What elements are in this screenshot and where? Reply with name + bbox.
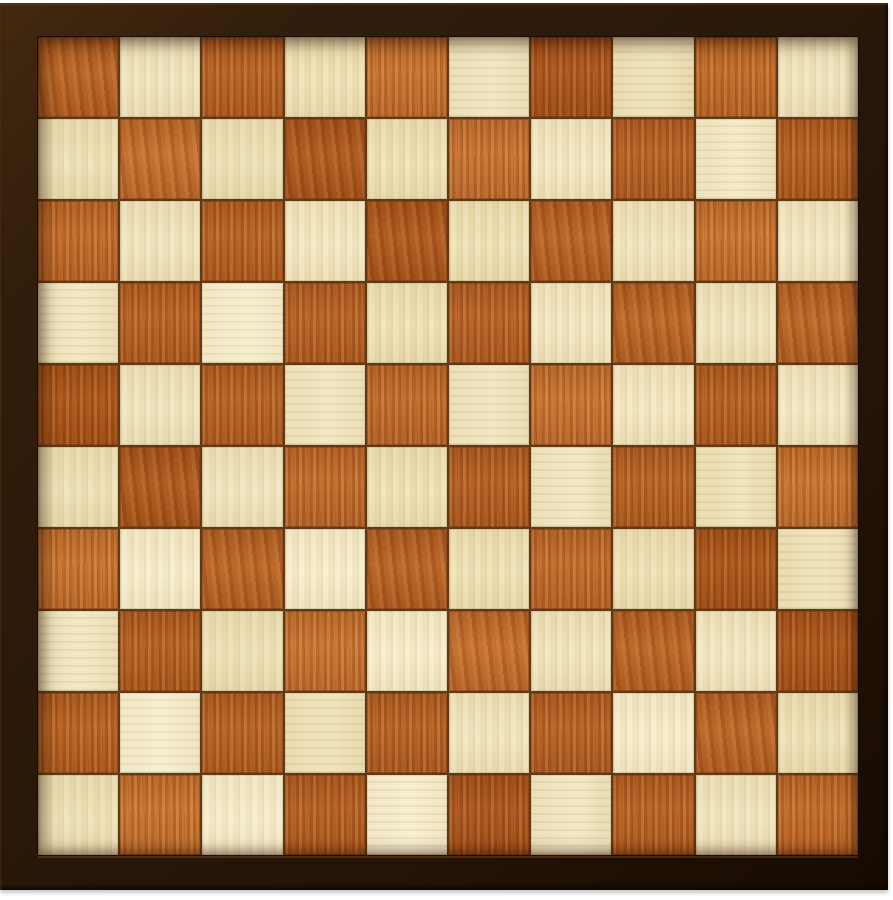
- square-r5c10[interactable]: [778, 365, 858, 445]
- square-r8c10[interactable]: [778, 611, 858, 691]
- square-r3c7[interactable]: [531, 201, 611, 281]
- square-r5c5[interactable]: [367, 365, 447, 445]
- square-r3c1[interactable]: [38, 201, 118, 281]
- square-r4c4[interactable]: [285, 283, 365, 363]
- square-r8c8[interactable]: [613, 611, 693, 691]
- square-r5c7[interactable]: [531, 365, 611, 445]
- square-r7c7[interactable]: [531, 529, 611, 609]
- square-r8c7[interactable]: [531, 611, 611, 691]
- square-r7c1[interactable]: [38, 529, 118, 609]
- square-r1c5[interactable]: [367, 37, 447, 117]
- square-r3c5[interactable]: [367, 201, 447, 281]
- square-r7c3[interactable]: [202, 529, 282, 609]
- square-r3c10[interactable]: [778, 201, 858, 281]
- square-r4c6[interactable]: [449, 283, 529, 363]
- square-r8c9[interactable]: [696, 611, 776, 691]
- square-r9c3[interactable]: [202, 693, 282, 773]
- square-r10c5[interactable]: [367, 775, 447, 855]
- square-r9c4[interactable]: [285, 693, 365, 773]
- square-r1c3[interactable]: [202, 37, 282, 117]
- square-r8c6[interactable]: [449, 611, 529, 691]
- square-r9c1[interactable]: [38, 693, 118, 773]
- square-r10c2[interactable]: [120, 775, 200, 855]
- square-r2c8[interactable]: [613, 119, 693, 199]
- square-r9c5[interactable]: [367, 693, 447, 773]
- square-r10c6[interactable]: [449, 775, 529, 855]
- square-r2c9[interactable]: [696, 119, 776, 199]
- square-r2c2[interactable]: [120, 119, 200, 199]
- square-r3c8[interactable]: [613, 201, 693, 281]
- square-r4c5[interactable]: [367, 283, 447, 363]
- square-r10c3[interactable]: [202, 775, 282, 855]
- square-r7c5[interactable]: [367, 529, 447, 609]
- square-r7c9[interactable]: [696, 529, 776, 609]
- square-r8c4[interactable]: [285, 611, 365, 691]
- square-r1c2[interactable]: [120, 37, 200, 117]
- square-r6c3[interactable]: [202, 447, 282, 527]
- square-r1c6[interactable]: [449, 37, 529, 117]
- square-r7c6[interactable]: [449, 529, 529, 609]
- square-r5c9[interactable]: [696, 365, 776, 445]
- square-r6c4[interactable]: [285, 447, 365, 527]
- square-r9c9[interactable]: [696, 693, 776, 773]
- square-r1c10[interactable]: [778, 37, 858, 117]
- square-r2c7[interactable]: [531, 119, 611, 199]
- square-r9c7[interactable]: [531, 693, 611, 773]
- square-r8c5[interactable]: [367, 611, 447, 691]
- square-r3c2[interactable]: [120, 201, 200, 281]
- square-r2c4[interactable]: [285, 119, 365, 199]
- square-r5c6[interactable]: [449, 365, 529, 445]
- square-r3c3[interactable]: [202, 201, 282, 281]
- square-r1c9[interactable]: [696, 37, 776, 117]
- square-r6c9[interactable]: [696, 447, 776, 527]
- square-r2c10[interactable]: [778, 119, 858, 199]
- square-r1c1[interactable]: [38, 37, 118, 117]
- square-r8c3[interactable]: [202, 611, 282, 691]
- square-r5c3[interactable]: [202, 365, 282, 445]
- square-r6c1[interactable]: [38, 447, 118, 527]
- square-r1c4[interactable]: [285, 37, 365, 117]
- square-r1c8[interactable]: [613, 37, 693, 117]
- square-r10c9[interactable]: [696, 775, 776, 855]
- square-r9c8[interactable]: [613, 693, 693, 773]
- square-r4c7[interactable]: [531, 283, 611, 363]
- square-r10c1[interactable]: [38, 775, 118, 855]
- square-r7c8[interactable]: [613, 529, 693, 609]
- square-r8c2[interactable]: [120, 611, 200, 691]
- square-r4c3[interactable]: [202, 283, 282, 363]
- square-r5c2[interactable]: [120, 365, 200, 445]
- square-r6c6[interactable]: [449, 447, 529, 527]
- square-r6c10[interactable]: [778, 447, 858, 527]
- product-photo: [0, 0, 893, 900]
- square-r10c7[interactable]: [531, 775, 611, 855]
- square-r10c4[interactable]: [285, 775, 365, 855]
- board-frame: [0, 3, 888, 890]
- square-r3c9[interactable]: [696, 201, 776, 281]
- square-r3c4[interactable]: [285, 201, 365, 281]
- square-r2c6[interactable]: [449, 119, 529, 199]
- square-r2c3[interactable]: [202, 119, 282, 199]
- square-r7c4[interactable]: [285, 529, 365, 609]
- square-r8c1[interactable]: [38, 611, 118, 691]
- square-r2c1[interactable]: [38, 119, 118, 199]
- square-r2c5[interactable]: [367, 119, 447, 199]
- square-r7c10[interactable]: [778, 529, 858, 609]
- square-r6c7[interactable]: [531, 447, 611, 527]
- square-r7c2[interactable]: [120, 529, 200, 609]
- square-r10c8[interactable]: [613, 775, 693, 855]
- square-r9c6[interactable]: [449, 693, 529, 773]
- square-r9c10[interactable]: [778, 693, 858, 773]
- square-r4c8[interactable]: [613, 283, 693, 363]
- square-r6c8[interactable]: [613, 447, 693, 527]
- square-r10c10[interactable]: [778, 775, 858, 855]
- square-r4c2[interactable]: [120, 283, 200, 363]
- square-r3c6[interactable]: [449, 201, 529, 281]
- square-r4c10[interactable]: [778, 283, 858, 363]
- square-r5c4[interactable]: [285, 365, 365, 445]
- square-r5c1[interactable]: [38, 365, 118, 445]
- square-r9c2[interactable]: [120, 693, 200, 773]
- draughts-board[interactable]: [38, 37, 858, 855]
- square-r6c5[interactable]: [367, 447, 447, 527]
- square-r6c2[interactable]: [120, 447, 200, 527]
- square-r1c7[interactable]: [531, 37, 611, 117]
- square-r5c8[interactable]: [613, 365, 693, 445]
- square-r4c9[interactable]: [696, 283, 776, 363]
- square-r4c1[interactable]: [38, 283, 118, 363]
